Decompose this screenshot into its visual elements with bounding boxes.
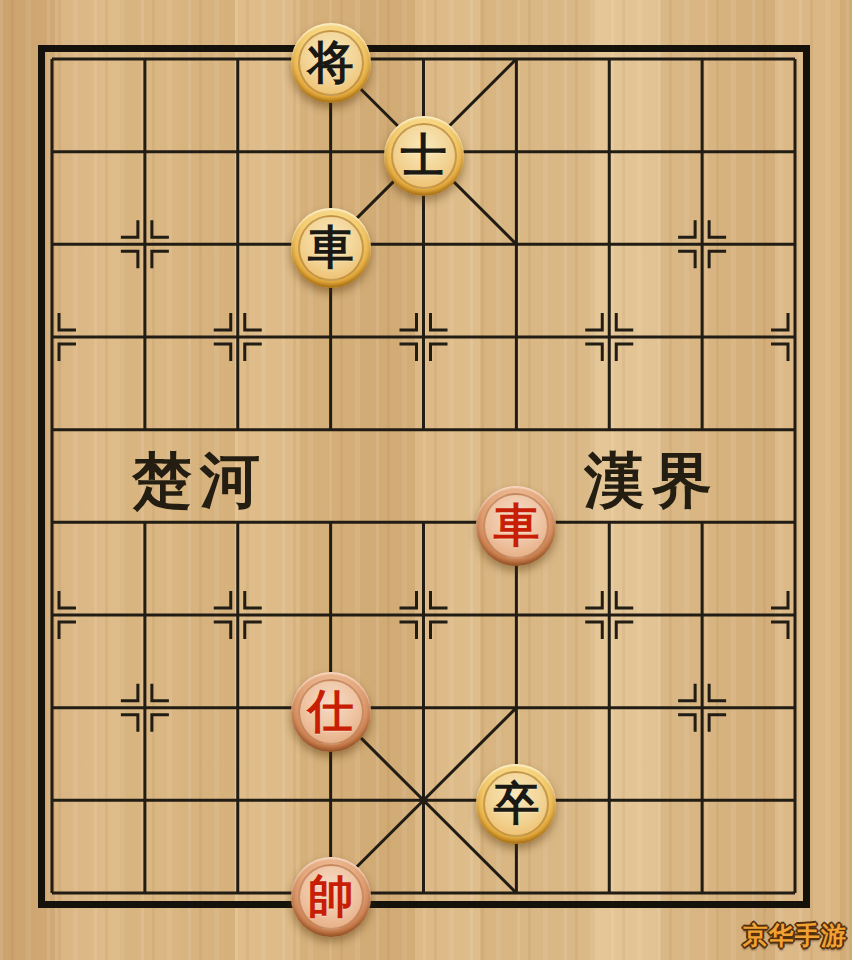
piece-face: 車 [483,493,549,559]
piece-face: 仕 [298,679,364,745]
piece-face: 帥 [298,864,364,930]
piece-character: 卒 [493,780,539,826]
xiangqi-app-screen: 楚河 漢界 将士車車仕卒帥 京华手游 [0,0,852,960]
piece-black-chariot[interactable]: 車 [291,208,371,288]
piece-face: 将 [298,30,364,96]
piece-black-advisor[interactable]: 士 [384,116,464,196]
piece-character: 将 [308,39,354,85]
watermark-jinghua-shouyou: 京华手游 [743,919,847,952]
piece-red-general[interactable]: 帥 [291,857,371,937]
piece-red-advisor[interactable]: 仕 [291,672,371,752]
piece-face: 士 [391,123,457,189]
river-label-chu-he: 楚河 [132,442,268,518]
piece-character: 車 [493,502,539,548]
piece-character: 帥 [308,873,354,919]
piece-black-general[interactable]: 将 [291,23,371,103]
piece-character: 仕 [308,688,354,734]
river-label-han-jie: 漢界 [584,442,720,518]
piece-face: 卒 [483,771,549,837]
piece-character: 士 [401,132,447,178]
piece-character: 車 [308,224,354,270]
piece-face: 車 [298,215,364,281]
